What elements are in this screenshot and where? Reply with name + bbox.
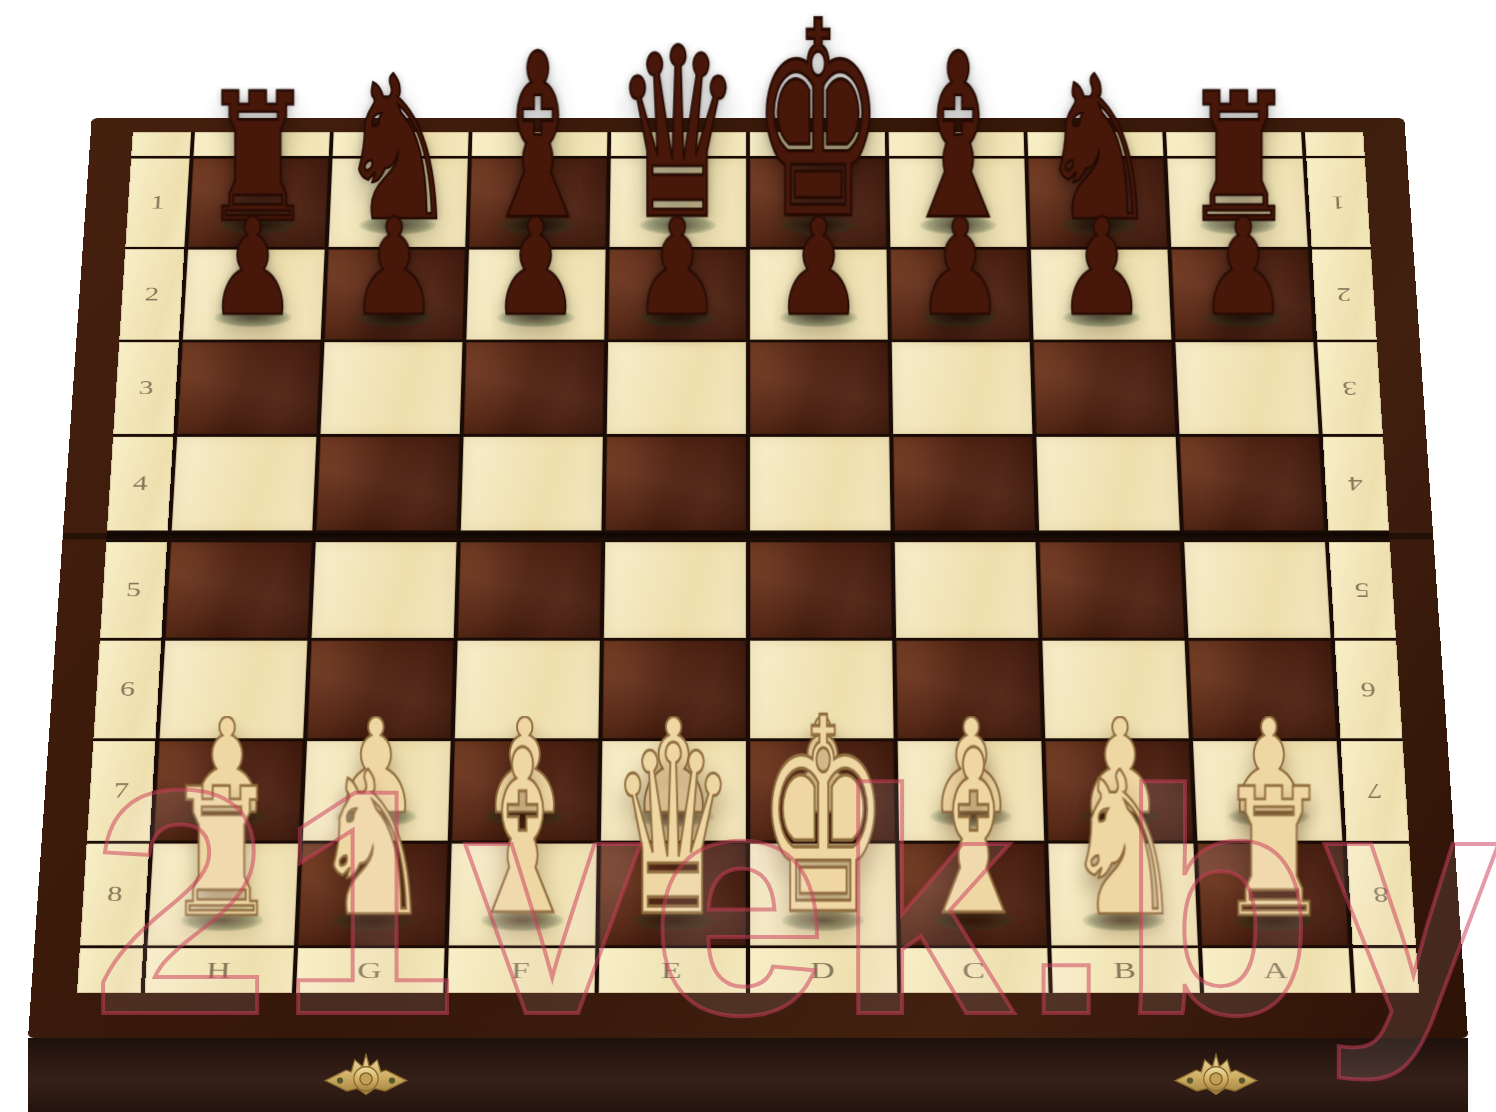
square-h8: ♜ (147, 844, 298, 946)
square-b6 (1042, 641, 1189, 739)
rank-label-left-4: 4 (107, 437, 173, 531)
piece-shadow (1204, 308, 1283, 328)
square-c4 (893, 437, 1035, 531)
rank-label-right-text: 5 (1354, 578, 1370, 601)
rank-label-left-5: 5 (100, 542, 167, 638)
border-cell-top (1166, 132, 1302, 156)
rank-label-left-3: 3 (113, 342, 179, 434)
square-d1: ♚ (750, 158, 887, 247)
square-a2: ♟ (1171, 249, 1313, 339)
square-h3 (177, 342, 320, 434)
square-e5 (604, 542, 746, 638)
square-h2: ♟ (183, 249, 325, 339)
square-b7: ♟ (1045, 741, 1193, 841)
light-knight: ♞ (1063, 766, 1184, 924)
board-inner: 1♜♞♝♛♚♝♞♜12♟♟♟♟♟♟♟♟2334455667♟♟♟♟♟♟♟♟78♜… (77, 132, 1419, 992)
piece-shadow (335, 806, 418, 828)
square-f5 (458, 542, 602, 638)
square-h1: ♜ (188, 158, 329, 247)
square-g7: ♟ (303, 741, 451, 841)
square-e7: ♟ (601, 741, 746, 841)
dark-rook: ♜ (201, 87, 314, 229)
rank-label-left-8: 8 (80, 844, 149, 946)
square-b2: ♟ (1031, 249, 1172, 339)
piece-shadow (1199, 216, 1277, 235)
file-label-b: B (1051, 948, 1200, 993)
piece-shadow (1082, 909, 1166, 931)
piece-shadow (359, 216, 437, 235)
file-label-a: A (1202, 948, 1351, 993)
rank-label-right-text: 3 (1342, 377, 1358, 399)
square-a3 (1175, 342, 1318, 434)
rank-label-right-4: 4 (1323, 437, 1389, 531)
rank-label-right-6: 6 (1335, 641, 1403, 739)
dark-king: ♚ (752, 13, 884, 229)
square-c1: ♝ (889, 158, 1027, 247)
square-g4 (316, 437, 460, 531)
square-e2: ♟ (608, 249, 746, 339)
square-c6 (896, 641, 1041, 739)
file-label-g: G (296, 948, 445, 993)
square-b5 (1039, 542, 1184, 638)
square-c5 (895, 542, 1039, 638)
border-corner-bottom-left (77, 948, 143, 993)
border-cell-top (1027, 132, 1163, 156)
square-d2: ♟ (750, 249, 888, 339)
piece-shadow (638, 308, 716, 328)
rank-label-right-3: 3 (1317, 342, 1383, 434)
board-hinge-row (106, 533, 1389, 539)
file-label-c: C (901, 948, 1049, 993)
piece-shadow (631, 909, 714, 931)
perspective-wrapper: 1♜♞♝♛♚♝♞♜12♟♟♟♟♟♟♟♟2334455667♟♟♟♟♟♟♟♟78♜… (0, 0, 1496, 1112)
piece-shadow (499, 216, 577, 235)
chess-board: 1♜♞♝♛♚♝♞♜12♟♟♟♟♟♟♟♟2334455667♟♟♟♟♟♟♟♟78♜… (28, 118, 1468, 1038)
square-e3 (607, 342, 746, 434)
square-b8: ♞ (1048, 844, 1198, 946)
square-f4 (461, 437, 603, 531)
rank-label-left-6: 6 (93, 641, 161, 739)
square-e6 (602, 641, 746, 739)
piece-shadow (782, 909, 865, 931)
square-b4 (1036, 437, 1180, 531)
rank-label-right-text: 8 (1373, 882, 1390, 907)
square-e1: ♛ (609, 158, 746, 247)
square-d4 (750, 437, 891, 531)
file-label-e: E (599, 948, 746, 993)
piece-shadow (186, 806, 269, 828)
square-f1: ♝ (469, 158, 607, 247)
piece-shadow (1227, 806, 1310, 828)
square-a1: ♜ (1167, 158, 1308, 247)
light-knight: ♞ (312, 766, 433, 924)
border-corner-top-right (1305, 132, 1365, 156)
square-f7: ♟ (452, 741, 599, 841)
rank-label-left-7: 7 (87, 741, 156, 841)
square-b1: ♞ (1028, 158, 1167, 247)
square-g5 (311, 542, 456, 638)
brass-clasp-icon-right (1168, 1052, 1264, 1104)
border-cell-top (611, 132, 746, 156)
square-a5 (1184, 542, 1331, 638)
border-cell-top (193, 132, 329, 156)
square-e8: ♛ (599, 844, 746, 946)
square-a4 (1179, 437, 1324, 531)
border-corner-bottom-right (1353, 948, 1419, 993)
rank-label-right-text: 6 (1360, 677, 1376, 701)
piece-shadow (218, 216, 296, 235)
piece-shadow (355, 308, 434, 328)
piece-shadow (1062, 308, 1141, 328)
piece-shadow (921, 308, 1000, 328)
rank-label-right-text: 2 (1336, 283, 1352, 305)
piece-shadow (213, 308, 292, 328)
square-a6 (1188, 641, 1336, 739)
square-d3 (750, 342, 889, 434)
square-e4 (605, 437, 746, 531)
rank-label-right-text: 4 (1348, 472, 1364, 495)
rank-label-left-2: 2 (119, 249, 184, 339)
square-d5 (750, 542, 892, 638)
rank-label-left-1: 1 (125, 158, 189, 247)
piece-shadow (779, 216, 857, 235)
square-c8: ♝ (899, 844, 1047, 946)
square-f6 (455, 641, 600, 739)
file-label-d: D (750, 948, 897, 993)
square-g8: ♞ (298, 844, 448, 946)
piece-shadow (1078, 806, 1161, 828)
square-h5 (165, 542, 312, 638)
border-cell-top (472, 132, 608, 156)
rank-label-right-8: 8 (1347, 844, 1416, 946)
border-cell-top (750, 132, 885, 156)
piece-shadow (1232, 909, 1316, 931)
square-h7: ♟ (153, 741, 303, 841)
piece-shadow (930, 806, 1013, 828)
piece-shadow (330, 909, 414, 931)
square-g1: ♞ (329, 158, 468, 247)
square-b3 (1034, 342, 1176, 434)
piece-shadow (781, 806, 863, 828)
rank-label-right-1: 1 (1306, 158, 1370, 247)
square-g2: ♟ (325, 249, 466, 339)
border-cell-top (333, 132, 469, 156)
square-c3 (892, 342, 1033, 434)
square-a8: ♜ (1197, 844, 1348, 946)
square-f3 (464, 342, 605, 434)
square-d8: ♚ (750, 844, 897, 946)
file-label-f: F (447, 948, 595, 993)
product-photo-scene: 1♜♞♝♛♚♝♞♜12♟♟♟♟♟♟♟♟2334455667♟♟♟♟♟♟♟♟78♜… (0, 0, 1496, 1112)
square-f2: ♟ (466, 249, 605, 339)
piece-shadow (496, 308, 575, 328)
piece-shadow (639, 216, 717, 235)
dark-rook: ♜ (1182, 87, 1295, 229)
piece-shadow (1059, 216, 1137, 235)
piece-shadow (932, 909, 1016, 931)
board-front-edge (28, 1038, 1468, 1112)
piece-shadow (780, 308, 858, 328)
piece-shadow (481, 909, 565, 931)
square-d6 (750, 641, 894, 739)
square-d7: ♟ (750, 741, 895, 841)
square-h6 (159, 641, 307, 739)
square-c2: ♟ (890, 249, 1029, 339)
piece-shadow (483, 806, 566, 828)
square-g6 (307, 641, 454, 739)
border-corner-top-left (131, 132, 191, 156)
rank-label-right-text: 7 (1366, 779, 1383, 803)
square-g3 (320, 342, 462, 434)
piece-shadow (919, 216, 997, 235)
brass-clasp-icon-left (318, 1052, 414, 1104)
rank-label-right-5: 5 (1329, 542, 1396, 638)
square-f8: ♝ (449, 844, 597, 946)
file-label-h: H (145, 948, 294, 993)
square-h4 (172, 437, 317, 531)
rank-label-right-text: 1 (1331, 192, 1347, 214)
rank-label-right-7: 7 (1341, 741, 1410, 841)
square-a7: ♟ (1193, 741, 1343, 841)
rank-label-right-2: 2 (1312, 249, 1377, 339)
piece-shadow (180, 909, 264, 931)
square-c7: ♟ (898, 741, 1045, 841)
piece-shadow (632, 806, 714, 828)
border-cell-top (889, 132, 1025, 156)
